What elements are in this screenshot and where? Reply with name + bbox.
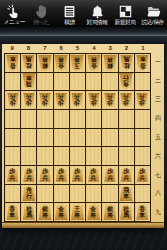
board-cell-89[interactable]: 桂馬 xyxy=(21,203,36,221)
board-cell-86[interactable] xyxy=(21,147,36,165)
koma-sente-knight[interactable]: 桂馬 xyxy=(120,205,133,220)
raised-hand-icon xyxy=(34,4,49,19)
board-cell-74[interactable] xyxy=(37,110,52,128)
file-label: 5 xyxy=(69,44,85,53)
koma-gote-silver[interactable]: 銀将 xyxy=(103,55,117,71)
koma-gote-pawn[interactable]: 歩兵 xyxy=(23,93,35,107)
board-cell-59[interactable]: 王将 xyxy=(70,203,85,221)
board-cell-15[interactable] xyxy=(135,129,150,147)
file-label: 3 xyxy=(102,44,118,53)
new-game-grid-icon xyxy=(118,4,133,19)
koma-gote-knight[interactable]: 桂馬 xyxy=(22,55,35,70)
koma-sente-king[interactable]: 王将 xyxy=(70,204,84,220)
board-cell-82[interactable]: 飛車 xyxy=(21,73,36,91)
board-cell-16[interactable] xyxy=(135,147,150,165)
board-cell-63[interactable]: 歩兵 xyxy=(54,91,69,109)
board-cell-61[interactable]: 金将 xyxy=(54,54,69,72)
toolbar-button-label: 新規対局 xyxy=(115,19,136,26)
koma-gote-pawn[interactable]: 歩兵 xyxy=(71,93,83,107)
board-cell-54[interactable] xyxy=(70,110,85,128)
koma-gote-knight[interactable]: 桂馬 xyxy=(120,55,133,70)
board-cell-85[interactable] xyxy=(21,129,36,147)
board-cell-41[interactable]: 金将 xyxy=(86,54,101,72)
board-cell-96[interactable] xyxy=(5,147,20,165)
koma-sente-pawn[interactable]: 歩兵 xyxy=(23,168,35,182)
toolbar-button-kifu[interactable]: 棋譜 xyxy=(56,0,84,27)
koma-gote-pawn[interactable]: 歩兵 xyxy=(39,93,51,107)
file-label: 6 xyxy=(53,44,69,53)
koma-sente-pawn[interactable]: 歩兵 xyxy=(120,168,132,182)
koma-gote-gold[interactable]: 金将 xyxy=(87,55,101,71)
board-cell-36[interactable] xyxy=(102,147,117,165)
board-cell-88[interactable]: 角行 xyxy=(21,185,36,203)
toolbar-button-label: 棋譜 xyxy=(64,19,74,26)
board-cell-14[interactable] xyxy=(135,110,150,128)
board-cell-29[interactable]: 桂馬 xyxy=(119,203,134,221)
board-cell-47[interactable]: 歩兵 xyxy=(86,166,101,184)
board-cell-73[interactable]: 歩兵 xyxy=(37,91,52,109)
koma-sente-gold[interactable]: 金将 xyxy=(54,204,68,220)
board-cell-79[interactable]: 銀将 xyxy=(37,203,52,221)
board-cell-27[interactable]: 歩兵 xyxy=(119,166,134,184)
shogi-board: 987654321 香車桂馬銀将金将玉将金将銀将桂馬香車飛車角行歩兵歩兵歩兵歩兵… xyxy=(2,44,164,228)
board-cell-48[interactable] xyxy=(86,185,101,203)
board-cell-84[interactable] xyxy=(21,110,36,128)
toolbar-button-loadsave[interactable]: 読込/保存 xyxy=(139,0,167,27)
koma-sente-pawn[interactable]: 歩兵 xyxy=(104,168,116,182)
rank-label: 六 xyxy=(152,147,164,166)
koma-sente-pawn[interactable]: 歩兵 xyxy=(55,168,67,182)
tap-hand-icon xyxy=(6,4,21,19)
koma-sente-gold[interactable]: 金将 xyxy=(87,204,101,220)
board-cell-19[interactable]: 香車 xyxy=(135,203,150,221)
board-cell-42[interactable] xyxy=(86,73,101,91)
board-cell-52[interactable] xyxy=(70,73,85,91)
board-cell-75[interactable] xyxy=(37,129,52,147)
board-grid: 香車桂馬銀将金将玉将金将銀将桂馬香車飛車角行歩兵歩兵歩兵歩兵歩兵歩兵歩兵歩兵歩兵… xyxy=(4,53,151,222)
board-cell-38[interactable] xyxy=(102,185,117,203)
rank-label: 一 xyxy=(152,53,164,72)
koma-gote-lance[interactable]: 香車 xyxy=(6,55,19,70)
koma-gote-rook[interactable]: 飛車 xyxy=(22,73,36,89)
rank-labels: 一二三四五六七八九 xyxy=(152,53,164,222)
board-cell-57[interactable]: 歩兵 xyxy=(70,166,85,184)
table-edge-highlight xyxy=(0,35,167,36)
board-cell-93[interactable]: 歩兵 xyxy=(5,91,20,109)
board-cell-64[interactable] xyxy=(54,110,69,128)
board-cell-37[interactable]: 歩兵 xyxy=(102,166,117,184)
board-cell-97[interactable]: 歩兵 xyxy=(5,166,20,184)
toolbar-button-matta[interactable]: 待った xyxy=(28,0,56,27)
shogi-app: メニュー 待った 棋譜 対局情報 xyxy=(0,0,167,250)
koma-sente-pawn[interactable]: 歩兵 xyxy=(88,168,100,182)
koma-sente-pawn[interactable]: 歩兵 xyxy=(7,168,19,182)
koma-sente-silver[interactable]: 銀将 xyxy=(103,204,117,220)
toolbar-button-menu[interactable]: メニュー xyxy=(0,0,28,27)
board-cell-77[interactable]: 歩兵 xyxy=(37,166,52,184)
board-cell-72[interactable] xyxy=(37,73,52,91)
board-cell-68[interactable] xyxy=(54,185,69,203)
board-cell-35[interactable] xyxy=(102,129,117,147)
board-cell-58[interactable] xyxy=(70,185,85,203)
board-cell-46[interactable] xyxy=(86,147,101,165)
board-cell-94[interactable] xyxy=(5,110,20,128)
board-front-edge xyxy=(2,222,164,228)
board-cell-49[interactable]: 金将 xyxy=(86,203,101,221)
koma-gote-pawn[interactable]: 歩兵 xyxy=(136,93,148,107)
toolbar-button-info[interactable]: 対局情報 xyxy=(83,0,111,27)
board-cell-69[interactable]: 金将 xyxy=(54,203,69,221)
board-cell-91[interactable]: 香車 xyxy=(5,54,20,72)
board-cell-12[interactable] xyxy=(135,73,150,91)
file-labels: 987654321 xyxy=(4,44,151,53)
board-cell-33[interactable]: 歩兵 xyxy=(102,91,117,109)
board-cell-17[interactable]: 歩兵 xyxy=(135,166,150,184)
koma-gote-pawn[interactable]: 歩兵 xyxy=(7,93,19,107)
board-cell-78[interactable] xyxy=(37,185,52,203)
board-cell-39[interactable]: 銀将 xyxy=(102,203,117,221)
board-cell-45[interactable] xyxy=(86,129,101,147)
koma-gote-pawn[interactable]: 歩兵 xyxy=(55,93,67,107)
board-cell-26[interactable] xyxy=(119,147,134,165)
board-cell-66[interactable] xyxy=(54,147,69,165)
board-cell-51[interactable]: 玉将 xyxy=(70,54,85,72)
board-cell-81[interactable]: 桂馬 xyxy=(21,54,36,72)
board-cell-24[interactable] xyxy=(119,110,134,128)
board-cell-65[interactable] xyxy=(54,129,69,147)
board-cell-13[interactable]: 歩兵 xyxy=(135,91,150,109)
board-cell-99[interactable]: 香車 xyxy=(5,203,20,221)
board-cell-32[interactable] xyxy=(102,73,117,91)
table-surface xyxy=(0,27,167,44)
board-cell-31[interactable]: 銀将 xyxy=(102,54,117,72)
board-cell-95[interactable] xyxy=(5,129,20,147)
file-label: 4 xyxy=(86,44,102,53)
toolbar: メニュー 待った 棋譜 対局情報 xyxy=(0,0,167,28)
rank-label: 八 xyxy=(152,184,164,203)
toolbar-button-label: 読込/保存 xyxy=(142,19,164,26)
board-cell-56[interactable] xyxy=(70,147,85,165)
board-cell-83[interactable]: 歩兵 xyxy=(21,91,36,109)
record-list-icon xyxy=(62,4,77,19)
file-label: 9 xyxy=(4,44,20,53)
rank-label: 三 xyxy=(152,91,164,110)
koma-gote-pawn[interactable]: 歩兵 xyxy=(104,93,116,107)
koma-sente-silver[interactable]: 銀将 xyxy=(38,204,52,220)
toolbar-button-label: 待った xyxy=(34,19,50,26)
board-cell-92[interactable] xyxy=(5,73,20,91)
board-cell-18[interactable] xyxy=(135,185,150,203)
board-cell-34[interactable] xyxy=(102,110,117,128)
board-cell-43[interactable]: 歩兵 xyxy=(86,91,101,109)
koma-gote-gold[interactable]: 金将 xyxy=(54,55,68,71)
board-cell-22[interactable]: 角行 xyxy=(119,73,134,91)
board-cell-21[interactable]: 桂馬 xyxy=(119,54,134,72)
file-label: 1 xyxy=(135,44,151,53)
board-cell-76[interactable] xyxy=(37,147,52,165)
board-cell-44[interactable] xyxy=(86,110,101,128)
rank-label: 七 xyxy=(152,166,164,185)
koma-sente-pawn[interactable]: 歩兵 xyxy=(71,168,83,182)
koma-gote-lance[interactable]: 香車 xyxy=(136,55,149,70)
folder-icon xyxy=(146,4,161,19)
board-cell-71[interactable]: 銀将 xyxy=(37,54,52,72)
board-cell-28[interactable]: 飛車 xyxy=(119,185,134,203)
rank-label: 九 xyxy=(152,203,164,222)
board-cell-55[interactable] xyxy=(70,129,85,147)
koma-sente-lance[interactable]: 香車 xyxy=(136,205,149,220)
board-cell-11[interactable]: 香車 xyxy=(135,54,150,72)
koma-gote-bishop[interactable]: 角行 xyxy=(119,73,133,89)
koma-sente-lance[interactable]: 香車 xyxy=(6,205,19,220)
board-cell-23[interactable]: 歩兵 xyxy=(119,91,134,109)
koma-gote-king[interactable]: 玉将 xyxy=(70,55,84,71)
koma-gote-silver[interactable]: 銀将 xyxy=(38,55,52,71)
file-label: 2 xyxy=(118,44,134,53)
koma-sente-pawn[interactable]: 歩兵 xyxy=(136,168,148,182)
rank-label: 二 xyxy=(152,72,164,91)
koma-sente-knight[interactable]: 桂馬 xyxy=(22,205,35,220)
file-label: 8 xyxy=(20,44,36,53)
file-label: 7 xyxy=(37,44,53,53)
bell-icon xyxy=(90,4,105,19)
koma-gote-pawn[interactable]: 歩兵 xyxy=(120,93,132,107)
board-cell-53[interactable]: 歩兵 xyxy=(70,91,85,109)
toolbar-button-label: 対局情報 xyxy=(87,19,108,26)
board-cell-67[interactable]: 歩兵 xyxy=(54,166,69,184)
koma-gote-pawn[interactable]: 歩兵 xyxy=(88,93,100,107)
board-cell-87[interactable]: 歩兵 xyxy=(21,166,36,184)
board-cell-25[interactable] xyxy=(119,129,134,147)
toolbar-button-newgame[interactable]: 新規対局 xyxy=(111,0,139,27)
koma-sente-rook[interactable]: 飛車 xyxy=(119,185,133,201)
koma-sente-bishop[interactable]: 角行 xyxy=(22,185,36,201)
rank-label: 五 xyxy=(152,128,164,147)
koma-sente-pawn[interactable]: 歩兵 xyxy=(39,168,51,182)
toolbar-button-label: メニュー xyxy=(3,19,24,26)
rank-label: 四 xyxy=(152,109,164,128)
board-cell-98[interactable] xyxy=(5,185,20,203)
board-cell-62[interactable] xyxy=(54,73,69,91)
